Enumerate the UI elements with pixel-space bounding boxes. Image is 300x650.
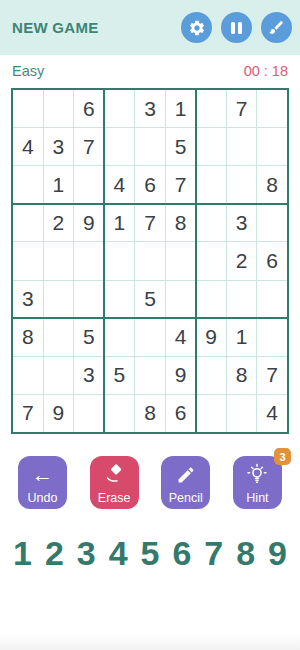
cell-r6c9[interactable]: [257, 281, 287, 318]
cell-r1c4[interactable]: [105, 90, 135, 127]
pause-icon: [231, 22, 242, 34]
bottom-fade: [0, 634, 300, 650]
cell-r4c1[interactable]: [13, 204, 43, 241]
cell-r1c6[interactable]: 1: [166, 90, 196, 127]
theme-button[interactable]: [261, 12, 292, 43]
cell-r7c2[interactable]: [44, 319, 74, 356]
cell-r1c2[interactable]: [44, 90, 74, 127]
settings-button[interactable]: [181, 12, 212, 43]
hint-label: Hint: [246, 492, 268, 505]
cell-r8c1[interactable]: [13, 357, 43, 394]
cell-r3c5[interactable]: 6: [135, 166, 165, 203]
cell-r4c7[interactable]: [196, 204, 226, 241]
cell-r8c6[interactable]: 9: [166, 357, 196, 394]
cell-r2c3[interactable]: 7: [74, 128, 104, 165]
cell-r2c9[interactable]: [257, 128, 287, 165]
cell-r3c8[interactable]: [227, 166, 257, 203]
hint-count-badge: 3: [274, 448, 291, 465]
cell-r1c1[interactable]: [13, 90, 43, 127]
numpad-7[interactable]: 7: [204, 536, 223, 570]
cell-r5c4[interactable]: [105, 242, 135, 279]
pencil-icon: [176, 465, 196, 485]
cell-r4c8[interactable]: 3: [227, 204, 257, 241]
cell-r6c4[interactable]: [105, 281, 135, 318]
cell-r9c9[interactable]: 4: [257, 395, 287, 432]
cell-r1c3[interactable]: 6: [74, 90, 104, 127]
grid-major-line-vertical-1: [103, 89, 105, 433]
grid-major-line-horizontal-2: [12, 317, 288, 319]
cell-r3c1[interactable]: [13, 166, 43, 203]
cell-r5c8[interactable]: 2: [227, 242, 257, 279]
numpad-6[interactable]: 6: [172, 536, 191, 570]
cell-r8c3[interactable]: 3: [74, 357, 104, 394]
cell-r5c3[interactable]: [74, 242, 104, 279]
cell-r2c4[interactable]: [105, 128, 135, 165]
cell-r5c9[interactable]: 6: [257, 242, 287, 279]
cell-r2c7[interactable]: [196, 128, 226, 165]
cell-r1c5[interactable]: 3: [135, 90, 165, 127]
hint-button[interactable]: 3 Hint: [233, 456, 282, 509]
cell-r6c5[interactable]: 5: [135, 281, 165, 318]
cell-r9c2[interactable]: 9: [44, 395, 74, 432]
sudoku-board: 63174375146782917832635854913598779864: [11, 88, 289, 434]
cell-r2c2[interactable]: 3: [44, 128, 74, 165]
cell-r2c8[interactable]: [227, 128, 257, 165]
cell-r7c1[interactable]: 8: [13, 319, 43, 356]
pause-button[interactable]: [221, 12, 252, 43]
status-bar: Easy 00 : 18: [0, 55, 300, 86]
cell-r6c6[interactable]: [166, 281, 196, 318]
header: NEW GAME: [0, 0, 300, 55]
cell-r3c9[interactable]: 8: [257, 166, 287, 203]
cell-r2c5[interactable]: [135, 128, 165, 165]
numpad-2[interactable]: 2: [45, 536, 64, 570]
cell-r8c2[interactable]: [44, 357, 74, 394]
cell-r6c8[interactable]: [227, 281, 257, 318]
cell-r9c1[interactable]: 7: [13, 395, 43, 432]
erase-label: Erase: [98, 492, 131, 505]
cell-r1c8[interactable]: 7: [227, 90, 257, 127]
numpad-8[interactable]: 8: [236, 536, 255, 570]
pencil-button[interactable]: Pencil: [161, 456, 210, 509]
cell-r6c2[interactable]: [44, 281, 74, 318]
numpad-5[interactable]: 5: [141, 536, 160, 570]
page-title: NEW GAME: [12, 19, 99, 36]
numpad-3[interactable]: 3: [77, 536, 96, 570]
cell-r8c5[interactable]: [135, 357, 165, 394]
paint-brush-icon: [268, 19, 285, 36]
eraser-icon: [103, 464, 125, 486]
cell-r5c7[interactable]: [196, 242, 226, 279]
lightbulb-icon: [245, 463, 269, 487]
cell-r2c1[interactable]: 4: [13, 128, 43, 165]
cell-r6c1[interactable]: 3: [13, 281, 43, 318]
cell-r4c5[interactable]: 7: [135, 204, 165, 241]
cell-r9c6[interactable]: 6: [166, 395, 196, 432]
grid-major-line-vertical-2: [195, 89, 197, 433]
cell-r6c3[interactable]: [74, 281, 104, 318]
cell-r5c2[interactable]: [44, 242, 74, 279]
undo-button[interactable]: ← Undo: [18, 456, 67, 509]
cell-r2c6[interactable]: 5: [166, 128, 196, 165]
erase-button[interactable]: Erase: [90, 456, 139, 509]
cell-r7c9[interactable]: [257, 319, 287, 356]
cell-r3c6[interactable]: 7: [166, 166, 196, 203]
cell-r3c2[interactable]: 1: [44, 166, 74, 203]
cell-r9c8[interactable]: [227, 395, 257, 432]
cell-r4c6[interactable]: 8: [166, 204, 196, 241]
cell-r9c3[interactable]: [74, 395, 104, 432]
cell-r7c5[interactable]: [135, 319, 165, 356]
cell-r3c4[interactable]: 4: [105, 166, 135, 203]
cell-r1c9[interactable]: [257, 90, 287, 127]
numpad-9[interactable]: 9: [268, 536, 287, 570]
cell-r7c8[interactable]: 1: [227, 319, 257, 356]
numpad-1[interactable]: 1: [13, 536, 32, 570]
cell-r8c7[interactable]: [196, 357, 226, 394]
cell-r7c6[interactable]: 4: [166, 319, 196, 356]
cell-r5c1[interactable]: [13, 242, 43, 279]
difficulty-label: Easy: [12, 63, 44, 79]
gear-icon: [188, 19, 206, 37]
cell-r3c3[interactable]: [74, 166, 104, 203]
numpad-4[interactable]: 4: [109, 536, 128, 570]
cell-r1c7[interactable]: [196, 90, 226, 127]
undo-arrow-icon: ←: [32, 464, 53, 485]
cell-r9c4[interactable]: [105, 395, 135, 432]
cell-r8c4[interactable]: 5: [105, 357, 135, 394]
number-pad: 123456789: [0, 536, 300, 570]
cell-r4c3[interactable]: 9: [74, 204, 104, 241]
cell-r5c5[interactable]: [135, 242, 165, 279]
cell-r4c4[interactable]: 1: [105, 204, 135, 241]
cell-r4c9[interactable]: [257, 204, 287, 241]
grid-major-line-horizontal-1: [12, 203, 288, 205]
header-actions: [181, 12, 292, 43]
cell-r9c7[interactable]: [196, 395, 226, 432]
toolbar: ← Undo Erase Pencil 3 Hint: [0, 456, 300, 509]
pencil-label: Pencil: [169, 492, 203, 505]
cell-r9c5[interactable]: 8: [135, 395, 165, 432]
cell-r6c7[interactable]: [196, 281, 226, 318]
undo-label: Undo: [28, 492, 58, 505]
cell-r7c7[interactable]: 9: [196, 319, 226, 356]
cell-r8c8[interactable]: 8: [227, 357, 257, 394]
cell-r7c3[interactable]: 5: [74, 319, 104, 356]
cell-r7c4[interactable]: [105, 319, 135, 356]
cell-r3c7[interactable]: [196, 166, 226, 203]
cell-r5c6[interactable]: [166, 242, 196, 279]
timer: 00 : 18: [244, 63, 288, 79]
cell-r8c9[interactable]: 7: [257, 357, 287, 394]
cell-r4c2[interactable]: 2: [44, 204, 74, 241]
